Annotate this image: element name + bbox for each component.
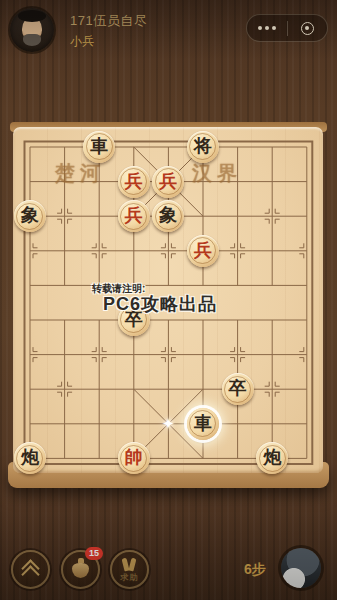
- piece-glyph: 将: [194, 137, 212, 155]
- close-minimize-button[interactable]: [288, 15, 328, 41]
- piece-black-将[interactable]: 将: [187, 131, 219, 163]
- help-button[interactable]: 求助: [110, 550, 149, 589]
- piece-red-帥[interactable]: 帥: [118, 442, 150, 474]
- piece-glyph: 車: [194, 414, 212, 432]
- piece-red-兵[interactable]: 兵: [118, 200, 150, 232]
- piece-black-卒[interactable]: 卒: [222, 373, 254, 405]
- steps-counter: 6步: [244, 561, 266, 579]
- tip-count-badge: 15: [85, 547, 103, 560]
- sparkle-icon: ✦: [162, 415, 175, 433]
- piece-glyph: 象: [159, 206, 177, 224]
- piece-glyph: 卒: [229, 379, 247, 397]
- tip-bag-icon: [72, 563, 89, 578]
- avatar-hair: [18, 10, 46, 22]
- watermark-line2: PC6攻略出品: [103, 292, 217, 316]
- opponent-avatar[interactable]: [281, 548, 321, 588]
- puzzle-rank: 小兵: [70, 35, 147, 47]
- piece-glyph: 象: [21, 206, 39, 224]
- piece-black-炮[interactable]: 炮: [256, 442, 288, 474]
- piece-black-象[interactable]: 象: [14, 200, 46, 232]
- piece-glyph: 帥: [125, 448, 143, 466]
- help-label: 求助: [112, 572, 147, 583]
- more-button[interactable]: [247, 15, 287, 41]
- piece-glyph: 炮: [263, 448, 281, 466]
- piece-glyph: 兵: [159, 172, 177, 190]
- avatar-beard: [23, 34, 41, 46]
- piece-glyph: 車: [90, 137, 108, 155]
- piece-red-兵[interactable]: 兵: [118, 166, 150, 198]
- piece-glyph: 兵: [125, 206, 143, 224]
- piece-black-車[interactable]: 車: [83, 131, 115, 163]
- piece-glyph: 兵: [125, 172, 143, 190]
- piece-red-兵[interactable]: 兵: [152, 166, 184, 198]
- piece-black-車[interactable]: 車: [187, 408, 219, 440]
- piece-black-象[interactable]: 象: [152, 200, 184, 232]
- piece-glyph: 兵: [194, 241, 212, 259]
- piece-glyph: 炮: [21, 448, 39, 466]
- tip-bag-button[interactable]: 15: [61, 550, 100, 589]
- piece-red-兵[interactable]: 兵: [187, 235, 219, 267]
- player-avatar[interactable]: [10, 8, 54, 52]
- ellipsis-icon: [258, 26, 276, 30]
- piece-black-炮[interactable]: 炮: [14, 442, 46, 474]
- puzzle-title: 171伍员自尽: [70, 14, 147, 27]
- target-circle-icon: [301, 22, 314, 35]
- header-text: 171伍员自尽 小兵: [70, 14, 147, 47]
- menu-button[interactable]: [11, 550, 50, 589]
- miniprogram-capsule: [246, 14, 328, 42]
